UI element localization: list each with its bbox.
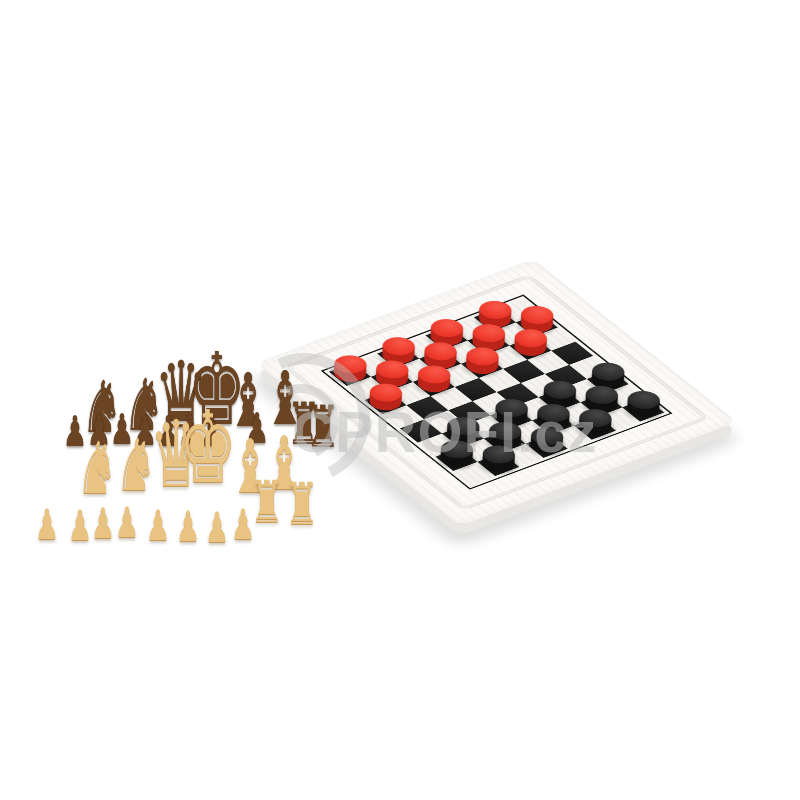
black-checker [441, 424, 486, 449]
red-checker [363, 390, 408, 415]
pieces-layer [256, 259, 738, 526]
red-checker [411, 372, 456, 397]
black-checker [524, 434, 569, 459]
product-photo [0, 0, 800, 800]
black-checker [482, 429, 527, 454]
checkers-board [256, 259, 738, 526]
black-checker [573, 416, 618, 441]
checker-top [515, 303, 560, 328]
checker-top [441, 414, 486, 439]
board-anchor [324, 220, 669, 565]
black-checker [434, 447, 479, 472]
red-checker [460, 354, 505, 379]
